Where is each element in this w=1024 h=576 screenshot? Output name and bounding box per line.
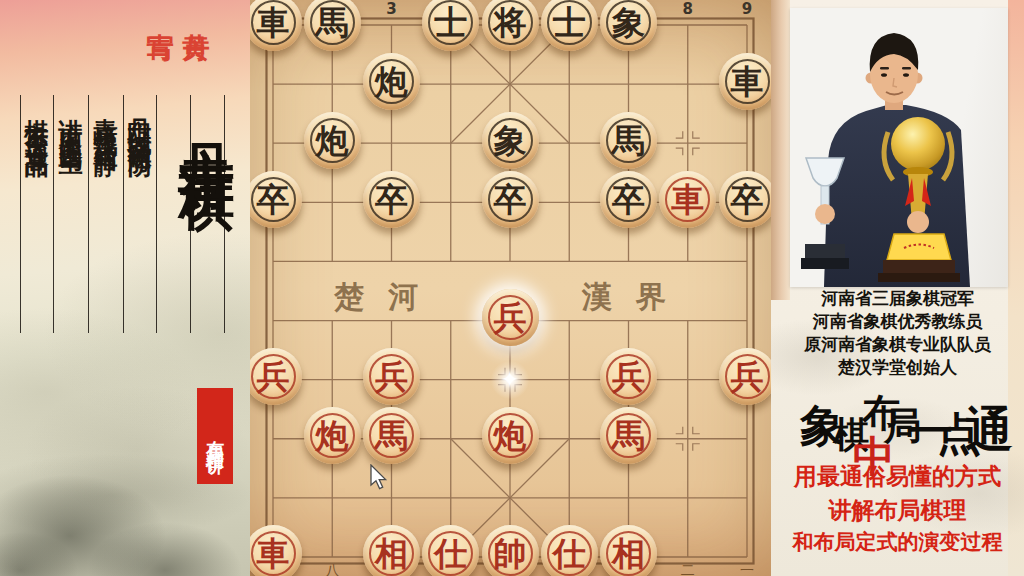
description-line: 用最通俗易懂的方式: [771, 461, 1024, 492]
presenter-panel: 河南省三届象棋冠军河南省象棋优秀教练员原河南省象棋专业队队员楚汉学堂创始人 象棋…: [771, 0, 1024, 576]
hand-right: [907, 211, 929, 233]
piece-black-将[interactable]: 将: [482, 0, 539, 51]
piece-red-炮[interactable]: 炮: [482, 407, 539, 464]
file-label-top: 3: [386, 0, 396, 18]
poem-column: 讲席旧逢山鸟至: [55, 99, 87, 141]
piece-red-車[interactable]: 車: [250, 525, 302, 576]
piece-red-馬[interactable]: 馬: [600, 407, 657, 464]
trophy-plinth: [883, 260, 955, 273]
piece-black-炮[interactable]: 炮: [304, 112, 361, 169]
piece-red-兵[interactable]: 兵: [482, 289, 539, 346]
seal-column-left: 青写: [142, 12, 178, 18]
piece-red-馬[interactable]: 馬: [363, 407, 420, 464]
eye-right: [903, 73, 909, 77]
move-origin-sparkle: ✦: [488, 358, 532, 402]
mountain-wash-art: [0, 0, 250, 576]
trophy-yellow-base: [887, 234, 951, 260]
piece-black-象[interactable]: 象: [482, 112, 539, 169]
eyebrow-left: [880, 67, 889, 70]
piece-red-仕[interactable]: 仕: [541, 525, 598, 576]
mouse-cursor: [370, 464, 388, 491]
credential-line: 河南省象棋优秀教练员: [771, 310, 1024, 333]
board-grid[interactable]: [250, 0, 771, 576]
trophy-plinth-lower: [878, 273, 960, 282]
piece-red-兵[interactable]: 兵: [600, 348, 657, 405]
poem-column: 丹阳城南秋海阴: [124, 99, 156, 141]
poem-divider-line: [156, 95, 157, 333]
piece-black-卒[interactable]: 卒: [600, 171, 657, 228]
course-title-char: 通: [965, 398, 1013, 462]
river-text-left: 楚河: [334, 277, 442, 318]
river-text-right: 漢界: [582, 277, 690, 318]
piece-red-炮[interactable]: 炮: [304, 407, 361, 464]
piece-black-馬[interactable]: 馬: [304, 0, 361, 51]
description-line: 和布局定式的演变过程: [771, 528, 1024, 556]
video-frame: 黄丹 青写 丹阳城南秋海阴青嶂浅深当雨静讲席旧逢山鸟至棋玄不厌通高品 丹青讲棋 …: [0, 0, 1024, 576]
panel-left-strip: [771, 0, 790, 300]
piece-black-卒[interactable]: 卒: [719, 171, 772, 228]
xiangqi-board[interactable]: 123456789 九八七六五四三二一 楚河 漢界 ✦ 車馬士将士象炮車炮象馬卒…: [250, 0, 771, 576]
description-line: 讲解布局棋理: [771, 495, 1024, 526]
calligraphy-panel: 黄丹 青写 丹阳城南秋海阴青嶂浅深当雨静讲席旧逢山鸟至棋玄不厌通高品 丹青讲棋 …: [0, 0, 250, 576]
poem-column: 青嶂浅深当雨静: [90, 99, 122, 141]
hand-left: [815, 204, 835, 224]
eyebrow-right: [902, 67, 911, 70]
piece-red-車[interactable]: 車: [659, 171, 716, 228]
file-label-bottom: 一: [740, 562, 754, 576]
presenter-photo: [790, 8, 1008, 287]
credential-line: 原河南省象棋专业队队员: [771, 333, 1024, 356]
eye-left: [881, 73, 887, 77]
channel-title-vertical: 丹青讲棋: [170, 98, 246, 142]
trophy-sphere: [891, 117, 945, 171]
piece-black-卒[interactable]: 卒: [482, 171, 539, 228]
crystal-base: [805, 244, 845, 258]
file-label-bottom: 二: [681, 562, 695, 576]
piece-black-馬[interactable]: 馬: [600, 112, 657, 169]
file-label-bottom: 八: [325, 562, 339, 576]
piece-red-仕[interactable]: 仕: [422, 525, 479, 576]
piece-black-卒[interactable]: 卒: [250, 171, 302, 228]
piece-black-卒[interactable]: 卒: [363, 171, 420, 228]
seal-column-right: 黄丹: [178, 12, 214, 18]
poem-column: 棋玄不厌通高品: [21, 99, 53, 141]
piece-black-車[interactable]: 車: [719, 53, 772, 110]
piece-black-士[interactable]: 士: [541, 0, 598, 51]
piece-red-兵[interactable]: 兵: [719, 348, 772, 405]
series-badge: 布局精讲: [197, 388, 233, 484]
piece-red-兵[interactable]: 兵: [363, 348, 420, 405]
presenter-illustration: [790, 8, 1008, 287]
ink-trees-art: [0, 0, 250, 576]
file-label-top: 8: [683, 0, 693, 18]
piece-red-相[interactable]: 相: [600, 525, 657, 576]
piece-red-帥[interactable]: 帥: [482, 525, 539, 576]
piece-red-相[interactable]: 相: [363, 525, 420, 576]
credential-line: 楚汉学堂创始人: [771, 356, 1024, 379]
crystal-plinth: [801, 258, 849, 269]
credential-line: 河南省三届象棋冠军: [771, 287, 1024, 310]
file-label-top: 9: [742, 0, 752, 18]
red-seal-logo: 黄丹 青写: [138, 12, 212, 76]
piece-black-炮[interactable]: 炮: [363, 53, 420, 110]
